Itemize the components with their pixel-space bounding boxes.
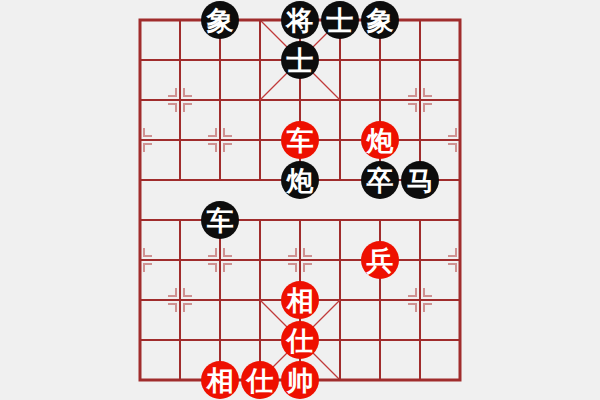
xiangqi-screen: 象将士象士车炮炮卒马车兵相仕相仕帅 (0, 0, 600, 400)
piece-black-soldier[interactable]: 卒 (360, 160, 400, 200)
piece-red-advisor[interactable]: 仕 (280, 320, 320, 360)
black-general-glyph: 将 (281, 1, 319, 39)
black-soldier-glyph: 卒 (361, 161, 399, 199)
piece-black-chariot[interactable]: 车 (200, 200, 240, 240)
piece-red-advisor[interactable]: 仕 (240, 360, 280, 400)
piece-red-elephant[interactable]: 相 (200, 360, 240, 400)
piece-black-elephant[interactable]: 象 (200, 0, 240, 40)
piece-red-chariot[interactable]: 车 (280, 120, 320, 160)
piece-black-advisor[interactable]: 士 (320, 0, 360, 40)
piece-black-cannon[interactable]: 炮 (280, 160, 320, 200)
piece-black-general[interactable]: 将 (280, 0, 320, 40)
piece-black-advisor[interactable]: 士 (280, 40, 320, 80)
piece-black-elephant[interactable]: 象 (360, 0, 400, 40)
red-elephant-glyph: 相 (281, 281, 319, 319)
black-elephant-glyph: 象 (361, 1, 399, 39)
red-soldier-glyph: 兵 (361, 241, 399, 279)
black-advisor-glyph: 士 (321, 1, 359, 39)
black-elephant-glyph: 象 (201, 1, 239, 39)
red-cannon-glyph: 炮 (361, 121, 399, 159)
piece-red-general[interactable]: 帅 (280, 360, 320, 400)
red-general-glyph: 帅 (281, 361, 319, 399)
piece-red-elephant[interactable]: 相 (280, 280, 320, 320)
black-horse-glyph: 马 (401, 161, 439, 199)
piece-red-soldier[interactable]: 兵 (360, 240, 400, 280)
piece-black-horse[interactable]: 马 (400, 160, 440, 200)
xiangqi-board: 象将士象士车炮炮卒马车兵相仕相仕帅 (120, 0, 480, 400)
red-elephant-glyph: 相 (201, 361, 239, 399)
red-chariot-glyph: 车 (281, 121, 319, 159)
black-chariot-glyph: 车 (201, 201, 239, 239)
red-advisor-glyph: 仕 (281, 321, 319, 359)
black-advisor-glyph: 士 (281, 41, 319, 79)
piece-red-cannon[interactable]: 炮 (360, 120, 400, 160)
red-advisor-glyph: 仕 (241, 361, 279, 399)
black-cannon-glyph: 炮 (281, 161, 319, 199)
